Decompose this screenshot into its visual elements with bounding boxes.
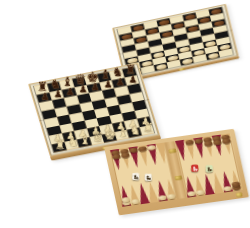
checkers-square xyxy=(154,62,168,71)
die-pip xyxy=(210,169,212,171)
backgammon-piece-brown xyxy=(213,139,222,145)
die-red xyxy=(191,165,198,172)
die-pip xyxy=(147,178,149,180)
backgammon-far-points-left xyxy=(110,143,170,171)
die-pip xyxy=(193,169,195,171)
checkers-piece-light xyxy=(207,52,218,59)
die-green xyxy=(206,165,213,172)
chess-square: ♜ xyxy=(139,125,154,136)
backgammon-piece-brown xyxy=(204,140,213,146)
backgammon-right-half xyxy=(175,133,242,197)
die-pip xyxy=(149,178,151,180)
brass-clasp-icon xyxy=(236,192,243,197)
checkers-square xyxy=(141,65,155,74)
backgammon-piece-brown xyxy=(111,153,120,159)
die-pip xyxy=(134,177,136,179)
checkers-square xyxy=(219,49,233,58)
checkers-piece-light xyxy=(181,58,192,65)
checkers-square xyxy=(193,54,207,63)
backgammon-near-points-left xyxy=(118,178,178,206)
checkers-square xyxy=(167,60,181,69)
backgammon-piece-brown xyxy=(121,152,130,158)
backgammon-far-points-right xyxy=(175,133,235,161)
brass-clasp-icon xyxy=(179,68,185,71)
checkers-square xyxy=(206,51,220,60)
die-white xyxy=(145,174,152,181)
die-white xyxy=(132,173,139,180)
die-pip xyxy=(136,177,138,179)
backgammon-piece-brown xyxy=(222,138,231,144)
checkers-piece-light xyxy=(155,63,166,70)
die-pip xyxy=(195,169,197,171)
die-pip xyxy=(208,169,210,171)
checkers-square xyxy=(180,57,194,66)
product-photo-scene: ♜♞♝♛♚♝♞♜♟♟♟♟♟♟♟♟♟♟♟♟♟♟♟♟♜♞♝♛♚♝♞♜ xyxy=(0,0,250,228)
backgammon-near-points-right xyxy=(183,169,243,197)
